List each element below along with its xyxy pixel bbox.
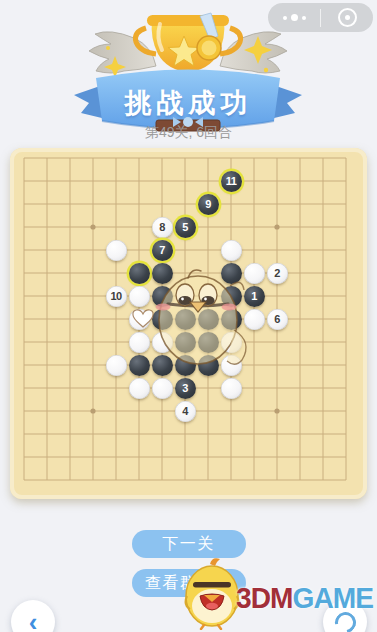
back-button[interactable]: ‹ bbox=[11, 600, 55, 632]
mascot-heart-icon bbox=[133, 310, 153, 327]
gomoku-board[interactable]: 1195872101634 bbox=[10, 148, 367, 499]
group-rank-button[interactable]: 查看群排名 bbox=[132, 569, 246, 597]
bottom-right-button[interactable] bbox=[323, 600, 367, 632]
stone-white-6-3-move-8: 8 bbox=[152, 217, 173, 238]
stone-white-4-6-move-10: 10 bbox=[106, 286, 127, 307]
stone-black-8-2-move-9: 9 bbox=[198, 194, 219, 215]
stone-black-7-3-move-5: 5 bbox=[175, 217, 196, 238]
exit-target-icon[interactable] bbox=[321, 8, 373, 27]
banner-title: 挑战成功 bbox=[0, 85, 377, 121]
next-level-button[interactable]: 下一关 bbox=[132, 530, 246, 558]
level-subtitle: 第49关, 6回合 bbox=[0, 124, 377, 142]
stone-white-4-4 bbox=[106, 240, 127, 261]
stone-white-4-9 bbox=[106, 355, 127, 376]
board-mascot-chick-icon bbox=[130, 258, 270, 388]
stone-white-7-11-move-4: 4 bbox=[175, 401, 196, 422]
back-chevron-icon: ‹ bbox=[29, 609, 38, 632]
challenge-result-screen: 挑战成功 第49关, 6回合 1195872101634 bbox=[0, 0, 377, 632]
refresh-icon bbox=[330, 607, 359, 632]
stone-black-9-1-move-11: 11 bbox=[221, 171, 242, 192]
